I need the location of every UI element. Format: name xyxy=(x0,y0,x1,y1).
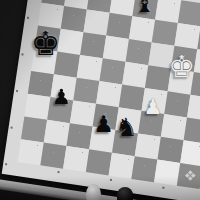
black-pawn-piece[interactable]: ♟ xyxy=(93,113,114,136)
board-grid: ♝♚♚♟♟♟♞❖ xyxy=(18,0,200,189)
white-pawn-piece[interactable]: ♟ xyxy=(143,97,162,118)
square-g7[interactable] xyxy=(174,23,200,49)
chess-board: ♝♚♚♟♟♟♞❖ Discovery xyxy=(2,0,200,200)
black-bishop-piece[interactable]: ♝ xyxy=(134,0,154,16)
chessboard-photo: ♝♚♚♟♟♟♞❖ Discovery xyxy=(0,0,200,200)
offboard-white-piece[interactable] xyxy=(86,184,101,200)
black-pawn-piece[interactable]: ♟ xyxy=(51,87,70,108)
black-knight-piece[interactable]: ♞ xyxy=(115,115,137,140)
square-e8[interactable]: ♝ xyxy=(132,0,158,20)
square-h1[interactable]: ❖ xyxy=(177,163,200,189)
offboard-black-piece[interactable] xyxy=(117,187,133,200)
black-king-piece[interactable]: ♚ xyxy=(30,27,60,60)
square-g8[interactable] xyxy=(178,0,200,26)
board-logo-emblem: ❖ xyxy=(183,169,196,184)
white-king-piece[interactable]: ♚ xyxy=(168,52,195,82)
